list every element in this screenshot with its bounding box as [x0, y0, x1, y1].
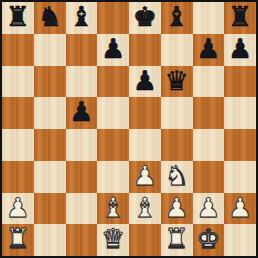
square-h3[interactable] [224, 161, 256, 193]
chess-board-frame: ♜♞♝♚♝♜♟♟♟♟♛♟♟♞♟♝♝♟♟♟♜♛♜♚ [0, 0, 258, 258]
square-a7[interactable] [2, 34, 34, 66]
square-c7[interactable] [66, 34, 98, 66]
square-e8[interactable]: ♚ [129, 2, 161, 34]
square-e5[interactable] [129, 97, 161, 129]
square-g2[interactable]: ♟ [193, 193, 225, 225]
square-d5[interactable] [97, 97, 129, 129]
black-rook-icon: ♜ [228, 2, 252, 33]
square-a5[interactable] [2, 97, 34, 129]
square-e4[interactable] [129, 129, 161, 161]
square-h4[interactable] [224, 129, 256, 161]
square-f2[interactable]: ♟ [161, 193, 193, 225]
white-pawn-icon: ♟ [133, 161, 157, 192]
square-f6[interactable]: ♛ [161, 66, 193, 98]
square-c2[interactable] [66, 193, 98, 225]
square-d4[interactable] [97, 129, 129, 161]
square-a3[interactable] [2, 161, 34, 193]
black-bishop-icon: ♝ [165, 2, 189, 33]
square-a6[interactable] [2, 66, 34, 98]
square-f3[interactable]: ♞ [161, 161, 193, 193]
square-g5[interactable] [193, 97, 225, 129]
white-rook-icon: ♜ [165, 224, 189, 255]
square-g7[interactable]: ♟ [193, 34, 225, 66]
black-pawn-icon: ♟ [101, 34, 125, 65]
square-c1[interactable] [66, 224, 98, 256]
black-pawn-icon: ♟ [196, 34, 220, 65]
square-e6[interactable]: ♟ [129, 66, 161, 98]
square-c3[interactable] [66, 161, 98, 193]
white-pawn-icon: ♟ [165, 193, 189, 224]
square-c6[interactable] [66, 66, 98, 98]
black-pawn-icon: ♟ [133, 66, 157, 97]
square-b7[interactable] [34, 34, 66, 66]
square-g3[interactable] [193, 161, 225, 193]
white-rook-icon: ♜ [6, 224, 30, 255]
square-d8[interactable] [97, 2, 129, 34]
square-b8[interactable]: ♞ [34, 2, 66, 34]
square-e3[interactable]: ♟ [129, 161, 161, 193]
square-e1[interactable] [129, 224, 161, 256]
square-a2[interactable]: ♟ [2, 193, 34, 225]
square-f7[interactable] [161, 34, 193, 66]
square-g6[interactable] [193, 66, 225, 98]
square-f8[interactable]: ♝ [161, 2, 193, 34]
square-b1[interactable] [34, 224, 66, 256]
black-bishop-icon: ♝ [69, 2, 93, 33]
square-c4[interactable] [66, 129, 98, 161]
square-c5[interactable]: ♟ [66, 97, 98, 129]
square-h8[interactable]: ♜ [224, 2, 256, 34]
white-bishop-icon: ♝ [133, 193, 157, 224]
square-f4[interactable] [161, 129, 193, 161]
square-h7[interactable]: ♟ [224, 34, 256, 66]
square-d6[interactable] [97, 66, 129, 98]
white-pawn-icon: ♟ [196, 193, 220, 224]
black-king-icon: ♚ [133, 2, 157, 33]
black-pawn-icon: ♟ [228, 34, 252, 65]
square-h6[interactable] [224, 66, 256, 98]
square-h2[interactable]: ♟ [224, 193, 256, 225]
white-pawn-icon: ♟ [6, 193, 30, 224]
square-g1[interactable]: ♚ [193, 224, 225, 256]
black-queen-icon: ♛ [165, 66, 189, 97]
square-e7[interactable] [129, 34, 161, 66]
square-b4[interactable] [34, 129, 66, 161]
square-d1[interactable]: ♛ [97, 224, 129, 256]
square-f5[interactable] [161, 97, 193, 129]
square-b6[interactable] [34, 66, 66, 98]
white-bishop-icon: ♝ [101, 193, 125, 224]
black-rook-icon: ♜ [6, 2, 30, 33]
white-king-icon: ♚ [196, 224, 220, 255]
square-a4[interactable] [2, 129, 34, 161]
square-e2[interactable]: ♝ [129, 193, 161, 225]
square-d2[interactable]: ♝ [97, 193, 129, 225]
square-b5[interactable] [34, 97, 66, 129]
square-g4[interactable] [193, 129, 225, 161]
white-queen-icon: ♛ [101, 224, 125, 255]
black-knight-icon: ♞ [38, 2, 62, 33]
square-a1[interactable]: ♜ [2, 224, 34, 256]
square-a8[interactable]: ♜ [2, 2, 34, 34]
square-h1[interactable] [224, 224, 256, 256]
chess-board: ♜♞♝♚♝♜♟♟♟♟♛♟♟♞♟♝♝♟♟♟♜♛♜♚ [2, 2, 256, 256]
white-knight-icon: ♞ [165, 161, 189, 192]
white-pawn-icon: ♟ [228, 193, 252, 224]
square-d7[interactable]: ♟ [97, 34, 129, 66]
square-b2[interactable] [34, 193, 66, 225]
black-pawn-icon: ♟ [69, 97, 93, 128]
square-f1[interactable]: ♜ [161, 224, 193, 256]
square-b3[interactable] [34, 161, 66, 193]
square-c8[interactable]: ♝ [66, 2, 98, 34]
square-g8[interactable] [193, 2, 225, 34]
square-h5[interactable] [224, 97, 256, 129]
square-d3[interactable] [97, 161, 129, 193]
